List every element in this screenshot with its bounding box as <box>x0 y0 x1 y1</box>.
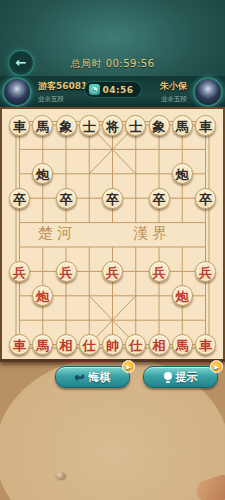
piece-black-r-8x0[interactable]: 車 <box>195 115 216 136</box>
piece-red-p-2x6[interactable]: 兵 <box>56 261 77 282</box>
undo-arrow-icon: ↩ <box>74 371 84 383</box>
piece-red-b-6x9[interactable]: 相 <box>149 334 170 355</box>
piece-black-n-7x0[interactable]: 馬 <box>172 115 193 136</box>
piece-black-p-8x3[interactable]: 卒 <box>195 188 216 209</box>
piece-red-n-7x9[interactable]: 馬 <box>172 334 193 355</box>
piece-red-p-4x6[interactable]: 兵 <box>102 261 123 282</box>
player-left: 游客56081 业余五段 <box>0 76 91 107</box>
move-timer-chip: ◔ 04:56 <box>83 81 141 98</box>
piece-black-p-6x3[interactable]: 卒 <box>149 188 170 209</box>
table-deco-piece <box>55 472 65 479</box>
piece-black-a-5x0[interactable]: 士 <box>125 115 146 136</box>
xiangqi-board[interactable]: 楚河 漢界 車馬象士将士象馬車炮炮卒卒卒卒卒兵兵兵兵兵炮炮車馬相仕帥仕相馬車 <box>0 107 225 362</box>
total-timer-value: 00:59:56 <box>106 58 155 69</box>
piece-red-r-0x9[interactable]: 車 <box>9 334 30 355</box>
player-right-rank: 业余五段 <box>161 95 187 104</box>
total-timer-label: 总局时 <box>70 58 102 69</box>
piece-black-p-4x3[interactable]: 卒 <box>102 188 123 209</box>
piece-red-a-3x9[interactable]: 仕 <box>79 334 100 355</box>
piece-black-r-0x0[interactable]: 車 <box>9 115 30 136</box>
hint-button[interactable]: 提示 ▶ <box>143 366 218 388</box>
piece-red-p-6x6[interactable]: 兵 <box>149 261 170 282</box>
piece-black-b-2x0[interactable]: 象 <box>56 115 77 136</box>
river-label-left: 楚河 <box>38 224 76 242</box>
river-label-right: 漢界 <box>133 224 171 242</box>
action-bar: ↩ 悔棋 ▶ 提示 ▶ <box>0 366 218 392</box>
player-left-info: 游客56081 业余五段 <box>38 80 87 104</box>
total-game-timer: 总局时 00:59:56 <box>0 57 225 71</box>
piece-red-c-7x7[interactable]: 炮 <box>172 285 193 306</box>
player-right-avatar[interactable] <box>193 77 223 107</box>
piece-black-b-6x0[interactable]: 象 <box>149 115 170 136</box>
piece-red-p-8x6[interactable]: 兵 <box>195 261 216 282</box>
game-screen: ← 总局时 00:59:56 游客56081 业余五段 ◔ 04:56 朱小保 <box>0 0 225 500</box>
board-grid: 楚河 漢界 <box>0 109 225 359</box>
clock-icon: ◔ <box>88 84 99 95</box>
piece-black-p-0x3[interactable]: 卒 <box>9 188 30 209</box>
piece-black-k-4x0[interactable]: 将 <box>102 115 123 136</box>
table-deco-hand <box>194 473 225 500</box>
player-bar: 游客56081 业余五段 ◔ 04:56 朱小保 业余五段 <box>0 76 225 107</box>
undo-button[interactable]: ↩ 悔棋 ▶ <box>55 366 130 388</box>
lightbulb-icon <box>164 372 172 383</box>
player-right-name: 朱小保 <box>160 80 187 93</box>
piece-red-r-8x9[interactable]: 車 <box>195 334 216 355</box>
piece-black-p-2x3[interactable]: 卒 <box>56 188 77 209</box>
piece-black-c-7x2[interactable]: 炮 <box>172 163 193 184</box>
player-left-avatar[interactable] <box>2 77 32 107</box>
player-right: 朱小保 业余五段 <box>156 76 225 107</box>
piece-red-p-0x6[interactable]: 兵 <box>9 261 30 282</box>
piece-red-k-4x9[interactable]: 帥 <box>102 334 123 355</box>
piece-red-b-2x9[interactable]: 相 <box>56 334 77 355</box>
header: ← 总局时 00:59:56 游客56081 业余五段 ◔ 04:56 朱小保 <box>0 0 225 107</box>
hint-ad-badge[interactable]: ▶ <box>210 360 223 373</box>
undo-label: 悔棋 <box>89 370 111 385</box>
move-timer-value: 04:56 <box>102 85 133 95</box>
hint-label: 提示 <box>176 370 198 385</box>
piece-black-n-1x0[interactable]: 馬 <box>32 115 53 136</box>
player-right-info: 朱小保 业余五段 <box>160 80 187 104</box>
player-left-name: 游客56081 <box>38 80 87 93</box>
player-left-rank: 业余五段 <box>38 95 87 104</box>
piece-black-a-3x0[interactable]: 士 <box>79 115 100 136</box>
undo-ad-badge[interactable]: ▶ <box>122 360 135 373</box>
